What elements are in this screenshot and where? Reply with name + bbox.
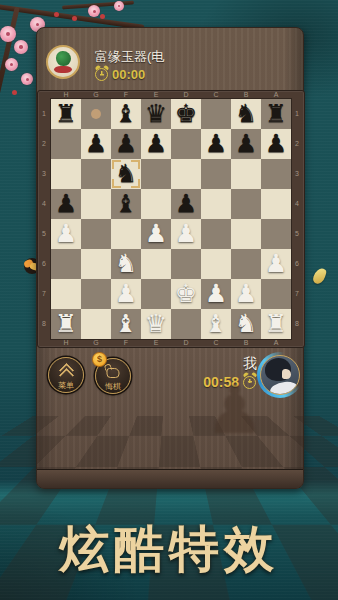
blossom xyxy=(0,26,16,42)
blossom xyxy=(21,73,33,85)
square-b1[interactable]: ♞ xyxy=(231,99,261,129)
app-screen: 富缘玉器(电 00:00 HGFEDCBA ♜♝♛♚♞♜♟♟♟♟♟♟♞♟♝♟♟♟… xyxy=(0,0,338,600)
square-h3[interactable] xyxy=(51,159,81,189)
coordinate-label: H xyxy=(51,91,81,99)
coordinate-label: 5 xyxy=(291,219,303,249)
square-h5[interactable]: ♟ xyxy=(51,219,81,249)
square-f4[interactable]: ♝ xyxy=(111,189,141,219)
opponent-time: 00:00 xyxy=(112,67,145,82)
black-bishop-piece: ♝ xyxy=(111,99,141,129)
square-f6[interactable]: ♞ xyxy=(111,249,141,279)
black-pawn-piece: ♟ xyxy=(141,129,171,159)
square-d4[interactable]: ♟ xyxy=(171,189,201,219)
square-g3[interactable] xyxy=(81,159,111,189)
rank-labels-left: 12345678 xyxy=(38,99,50,339)
panel-base xyxy=(37,469,303,488)
player-avatar[interactable] xyxy=(257,352,303,398)
board-grid: ♜♝♛♚♞♜♟♟♟♟♟♟♞♟♝♟♟♟♟♞♟♟♚♟♟♜♝♛♝♞♜ xyxy=(51,99,291,339)
square-e5[interactable]: ♟ xyxy=(141,219,171,249)
player-bar: 菜单 悔棋 $ 我 00:58 xyxy=(37,348,303,414)
coordinate-label: 5 xyxy=(38,219,50,249)
square-a8[interactable]: ♜ xyxy=(261,309,291,339)
file-labels-bottom: HGFEDCBA xyxy=(51,339,291,347)
chess-board: HGFEDCBA ♜♝♛♚♞♜♟♟♟♟♟♟♞♟♝♟♟♟♟♞♟♟♚♟♟♜♝♛♝♞♜… xyxy=(37,90,305,348)
coordinate-label: 7 xyxy=(291,279,303,309)
opponent-timer: 00:00 xyxy=(95,67,145,82)
white-king-piece: ♚ xyxy=(171,279,201,309)
square-h6[interactable] xyxy=(51,249,81,279)
coordinate-label: 6 xyxy=(38,249,50,279)
opponent-name: 富缘玉器(电 xyxy=(95,48,164,66)
coordinate-label: D xyxy=(171,91,201,99)
black-pawn-piece: ♟ xyxy=(201,129,231,159)
square-c2[interactable]: ♟ xyxy=(201,129,231,159)
square-f1[interactable]: ♝ xyxy=(111,99,141,129)
black-pawn-piece: ♟ xyxy=(51,189,81,219)
blossom xyxy=(14,40,28,54)
coordinate-label: A xyxy=(261,91,291,99)
player-name: 我 xyxy=(243,355,257,373)
square-d2[interactable] xyxy=(171,129,201,159)
white-pawn-piece: ♟ xyxy=(111,279,141,309)
white-pawn-piece: ♟ xyxy=(201,279,231,309)
square-e3[interactable] xyxy=(141,159,171,189)
ghost-chess-scene: ♟ xyxy=(37,412,303,471)
coordinate-label: G xyxy=(81,339,111,347)
black-pawn-piece: ♟ xyxy=(171,189,201,219)
black-king-piece: ♚ xyxy=(171,99,201,129)
bud xyxy=(54,12,59,17)
white-rook-piece: ♜ xyxy=(261,309,291,339)
menu-button[interactable]: 菜单 xyxy=(48,357,84,393)
black-queen-piece: ♛ xyxy=(141,99,171,129)
square-g4[interactable] xyxy=(81,189,111,219)
square-h2[interactable] xyxy=(51,129,81,159)
square-e8[interactable]: ♛ xyxy=(141,309,171,339)
square-e1[interactable]: ♛ xyxy=(141,99,171,129)
square-a6[interactable]: ♟ xyxy=(261,249,291,279)
square-f3[interactable]: ♞ xyxy=(111,159,141,189)
white-bishop-piece: ♝ xyxy=(201,309,231,339)
square-g7[interactable] xyxy=(81,279,111,309)
square-d1[interactable]: ♚ xyxy=(171,99,201,129)
square-f2[interactable]: ♟ xyxy=(111,129,141,159)
black-pawn-piece: ♟ xyxy=(231,129,261,159)
square-c1[interactable] xyxy=(201,99,231,129)
coordinate-label: 8 xyxy=(291,309,303,339)
square-g8[interactable] xyxy=(81,309,111,339)
alarm-clock-icon xyxy=(243,376,256,389)
black-pawn-piece: ♟ xyxy=(111,129,141,159)
square-d7[interactable]: ♚ xyxy=(171,279,201,309)
square-b2[interactable]: ♟ xyxy=(231,129,261,159)
white-knight-piece: ♞ xyxy=(231,309,261,339)
square-c6[interactable] xyxy=(201,249,231,279)
square-a1[interactable]: ♜ xyxy=(261,99,291,129)
coordinate-label: 3 xyxy=(291,159,303,189)
white-queen-piece: ♛ xyxy=(141,309,171,339)
coin-badge: $ xyxy=(92,352,107,367)
coordinate-label: 8 xyxy=(38,309,50,339)
black-knight-piece: ♞ xyxy=(111,159,141,189)
square-c7[interactable]: ♟ xyxy=(201,279,231,309)
hand-icon xyxy=(107,368,120,378)
coordinate-label: B xyxy=(231,339,261,347)
black-rook-piece: ♜ xyxy=(261,99,291,129)
black-bishop-piece: ♝ xyxy=(111,189,141,219)
square-d3[interactable] xyxy=(171,159,201,189)
square-h7[interactable] xyxy=(51,279,81,309)
square-a3[interactable] xyxy=(261,159,291,189)
blossom xyxy=(5,58,18,71)
undo-button-label: 悔棋 xyxy=(96,381,130,392)
square-b4[interactable] xyxy=(231,189,261,219)
square-d8[interactable] xyxy=(171,309,201,339)
last-move-origin-dot xyxy=(91,109,101,119)
bud xyxy=(12,90,17,95)
coordinate-label: A xyxy=(261,339,291,347)
square-a4[interactable] xyxy=(261,189,291,219)
coordinate-label: 7 xyxy=(38,279,50,309)
square-b3[interactable] xyxy=(231,159,261,189)
coordinate-label: C xyxy=(201,339,231,347)
game-panel: 富缘玉器(电 00:00 HGFEDCBA ♜♝♛♚♞♜♟♟♟♟♟♟♞♟♝♟♟♟… xyxy=(36,27,304,489)
black-pawn-piece: ♟ xyxy=(261,129,291,159)
file-labels-top: HGFEDCBA xyxy=(51,91,291,99)
square-e6[interactable] xyxy=(141,249,171,279)
square-b7[interactable]: ♟ xyxy=(231,279,261,309)
coordinate-label: E xyxy=(141,339,171,347)
coordinate-label: G xyxy=(81,91,111,99)
coordinate-label: C xyxy=(201,91,231,99)
branch xyxy=(0,3,145,30)
square-g5[interactable] xyxy=(81,219,111,249)
square-h1[interactable]: ♜ xyxy=(51,99,81,129)
coordinate-label: 3 xyxy=(38,159,50,189)
white-pawn-piece: ♟ xyxy=(171,219,201,249)
coordinate-label: 6 xyxy=(291,249,303,279)
menu-button-label: 菜单 xyxy=(49,380,83,391)
white-pawn-piece: ♟ xyxy=(51,219,81,249)
black-knight-piece: ♞ xyxy=(231,99,261,129)
square-c4[interactable] xyxy=(201,189,231,219)
double-chevron-up-icon xyxy=(59,365,73,379)
square-d6[interactable] xyxy=(171,249,201,279)
square-e7[interactable] xyxy=(141,279,171,309)
square-f8[interactable]: ♝ xyxy=(111,309,141,339)
square-e2[interactable]: ♟ xyxy=(141,129,171,159)
rank-labels-right: 12345678 xyxy=(291,99,303,339)
white-knight-piece: ♞ xyxy=(111,249,141,279)
promo-banner-text: 炫酷特效 xyxy=(0,516,338,583)
blossom xyxy=(114,1,124,11)
square-a2[interactable]: ♟ xyxy=(261,129,291,159)
leaf-decoration xyxy=(312,267,327,286)
player-timer: 00:58 xyxy=(203,374,256,390)
black-rook-piece: ♜ xyxy=(51,99,81,129)
square-f7[interactable]: ♟ xyxy=(111,279,141,309)
square-a7[interactable] xyxy=(261,279,291,309)
coordinate-label: D xyxy=(171,339,201,347)
bud xyxy=(100,14,105,19)
coordinate-label: F xyxy=(111,91,141,99)
square-h4[interactable]: ♟ xyxy=(51,189,81,219)
square-e4[interactable] xyxy=(141,189,171,219)
square-c8[interactable]: ♝ xyxy=(201,309,231,339)
square-b8[interactable]: ♞ xyxy=(231,309,261,339)
coordinate-label: F xyxy=(111,339,141,347)
blossom xyxy=(88,5,100,17)
square-c3[interactable] xyxy=(201,159,231,189)
square-g1[interactable] xyxy=(81,99,111,129)
white-pawn-piece: ♟ xyxy=(261,249,291,279)
branch xyxy=(62,0,134,9)
white-bishop-piece: ♝ xyxy=(111,309,141,339)
white-pawn-piece: ♟ xyxy=(141,219,171,249)
branch xyxy=(0,7,20,102)
white-rook-piece: ♜ xyxy=(51,309,81,339)
square-a5[interactable] xyxy=(261,219,291,249)
coordinate-label: H xyxy=(51,339,81,347)
black-pawn-piece: ♟ xyxy=(81,129,111,159)
player-avatar-image xyxy=(260,355,300,395)
coordinate-label: 4 xyxy=(291,189,303,219)
square-d5[interactable]: ♟ xyxy=(171,219,201,249)
alarm-clock-icon xyxy=(95,68,108,81)
coordinate-label: E xyxy=(141,91,171,99)
opponent-bar: 富缘玉器(电 00:00 xyxy=(37,28,303,90)
square-f5[interactable] xyxy=(111,219,141,249)
coordinate-label: 1 xyxy=(38,99,50,129)
square-b6[interactable] xyxy=(231,249,261,279)
square-h8[interactable]: ♜ xyxy=(51,309,81,339)
square-c5[interactable] xyxy=(201,219,231,249)
bud xyxy=(72,16,77,21)
coordinate-label: 4 xyxy=(38,189,50,219)
square-g2[interactable]: ♟ xyxy=(81,129,111,159)
square-b5[interactable] xyxy=(231,219,261,249)
coordinate-label: 1 xyxy=(291,99,303,129)
coordinate-label: 2 xyxy=(291,129,303,159)
white-pawn-piece: ♟ xyxy=(231,279,261,309)
opponent-avatar[interactable] xyxy=(46,45,80,79)
coordinate-label: 2 xyxy=(38,129,50,159)
player-time: 00:58 xyxy=(203,374,239,390)
coordinate-label: B xyxy=(231,91,261,99)
selection-highlight xyxy=(112,160,140,188)
square-g6[interactable] xyxy=(81,249,111,279)
